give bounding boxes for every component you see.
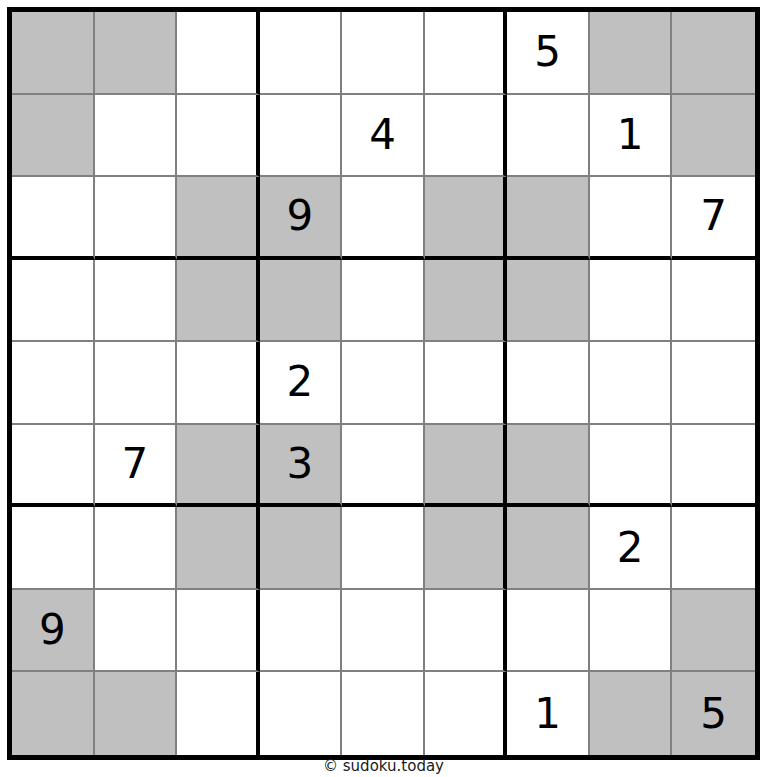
cell-r8c4[interactable] [260,590,343,673]
cell-r5c3[interactable] [177,342,260,425]
cell-r7c6[interactable] [425,507,508,590]
cell-r2c3[interactable] [177,95,260,178]
cell-r9c6[interactable] [425,672,508,755]
cell-r4c2[interactable] [95,260,178,343]
cell-r1c7: 5 [507,12,590,95]
cell-r7c2[interactable] [95,507,178,590]
cell-r9c3[interactable] [177,672,260,755]
cell-r6c5[interactable] [342,425,425,508]
cell-r4c9[interactable] [672,260,755,343]
cell-r4c6[interactable] [425,260,508,343]
cell-r3c8[interactable] [590,177,673,260]
cell-r9c2[interactable] [95,672,178,755]
cell-r4c4[interactable] [260,260,343,343]
cell-r3c5[interactable] [342,177,425,260]
cell-r5c4: 2 [260,342,343,425]
cell-r3c3[interactable] [177,177,260,260]
cell-r1c2[interactable] [95,12,178,95]
cell-r2c7[interactable] [507,95,590,178]
cell-r1c3[interactable] [177,12,260,95]
cell-r6c3[interactable] [177,425,260,508]
cell-r2c1[interactable] [12,95,95,178]
copyright-text: © sudoku.today [0,757,767,775]
cell-r2c9[interactable] [672,95,755,178]
cell-r4c7[interactable] [507,260,590,343]
sudoku-board: 541972732915 [7,7,760,760]
cell-r5c2[interactable] [95,342,178,425]
cell-r1c1[interactable] [12,12,95,95]
cell-r6c2: 7 [95,425,178,508]
cell-r2c6[interactable] [425,95,508,178]
cell-r8c3[interactable] [177,590,260,673]
cell-r1c4[interactable] [260,12,343,95]
cell-r7c5[interactable] [342,507,425,590]
cell-r6c9[interactable] [672,425,755,508]
cell-r4c5[interactable] [342,260,425,343]
cell-r5c9[interactable] [672,342,755,425]
cell-r3c4: 9 [260,177,343,260]
cell-r9c4[interactable] [260,672,343,755]
cell-r2c4[interactable] [260,95,343,178]
cell-r1c9[interactable] [672,12,755,95]
cell-r8c7[interactable] [507,590,590,673]
cell-r8c5[interactable] [342,590,425,673]
cell-r8c9[interactable] [672,590,755,673]
cell-r5c1[interactable] [12,342,95,425]
cell-r9c8[interactable] [590,672,673,755]
cell-r4c8[interactable] [590,260,673,343]
cell-r8c1: 9 [12,590,95,673]
cell-r3c1[interactable] [12,177,95,260]
cell-r2c5: 4 [342,95,425,178]
cell-r4c1[interactable] [12,260,95,343]
cell-r6c8[interactable] [590,425,673,508]
cell-r6c7[interactable] [507,425,590,508]
cell-r9c5[interactable] [342,672,425,755]
cell-r8c8[interactable] [590,590,673,673]
cell-r5c6[interactable] [425,342,508,425]
sudoku-page: 541972732915 © sudoku.today [0,0,767,777]
cell-r6c6[interactable] [425,425,508,508]
cell-r5c7[interactable] [507,342,590,425]
cell-r4c3[interactable] [177,260,260,343]
cell-r3c9: 7 [672,177,755,260]
cell-r1c5[interactable] [342,12,425,95]
cell-r1c6[interactable] [425,12,508,95]
cell-r7c7[interactable] [507,507,590,590]
cell-r2c8: 1 [590,95,673,178]
cell-r5c5[interactable] [342,342,425,425]
cell-r7c1[interactable] [12,507,95,590]
cell-r9c7: 1 [507,672,590,755]
cell-r3c2[interactable] [95,177,178,260]
cell-r7c3[interactable] [177,507,260,590]
cell-r7c8: 2 [590,507,673,590]
cell-r7c4[interactable] [260,507,343,590]
cell-r9c9: 5 [672,672,755,755]
cell-r6c1[interactable] [12,425,95,508]
cell-r3c7[interactable] [507,177,590,260]
cell-r5c8[interactable] [590,342,673,425]
cell-r9c1[interactable] [12,672,95,755]
cell-r1c8[interactable] [590,12,673,95]
cell-r7c9[interactable] [672,507,755,590]
cell-r8c2[interactable] [95,590,178,673]
cell-r2c2[interactable] [95,95,178,178]
cell-r8c6[interactable] [425,590,508,673]
cell-r3c6[interactable] [425,177,508,260]
cell-r6c4: 3 [260,425,343,508]
